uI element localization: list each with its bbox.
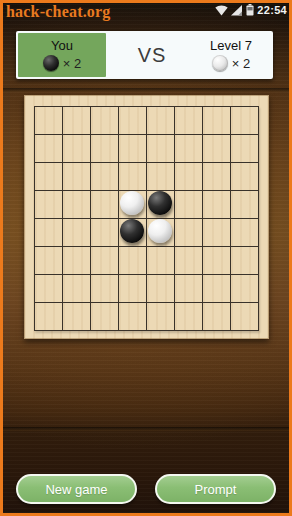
- score-panel: You × 2 VS Level 7 × 2: [16, 31, 273, 79]
- black-piece: [120, 219, 144, 243]
- board-cell-e6[interactable]: [147, 247, 174, 274]
- player-opponent-count: × 2: [232, 56, 250, 71]
- board-cell-e8[interactable]: [147, 303, 174, 330]
- player-opponent-panel: Level 7 × 2: [195, 33, 267, 77]
- vs-label: VS: [106, 31, 198, 79]
- board-cell-h2[interactable]: [231, 135, 258, 162]
- board-cell-b7[interactable]: [63, 275, 90, 302]
- board-cell-g2[interactable]: [203, 135, 230, 162]
- board-cell-e3[interactable]: [147, 163, 174, 190]
- wood-plank-seam: [0, 427, 292, 431]
- board-cell-d1[interactable]: [119, 107, 146, 134]
- white-disc-icon: [212, 55, 228, 71]
- signal-icon: [231, 5, 243, 16]
- battery-icon: [246, 4, 254, 16]
- board-cell-b2[interactable]: [63, 135, 90, 162]
- board-cell-c7[interactable]: [91, 275, 118, 302]
- board-cell-e2[interactable]: [147, 135, 174, 162]
- player-you-panel: You × 2: [18, 33, 106, 77]
- board-cell-g3[interactable]: [203, 163, 230, 190]
- board-cell-b1[interactable]: [63, 107, 90, 134]
- board-cell-h4[interactable]: [231, 191, 258, 218]
- board-cell-f2[interactable]: [175, 135, 202, 162]
- board-cell-h8[interactable]: [231, 303, 258, 330]
- board-cell-a5[interactable]: [35, 219, 62, 246]
- board-cell-c4[interactable]: [91, 191, 118, 218]
- board-cell-d3[interactable]: [119, 163, 146, 190]
- board-cell-f6[interactable]: [175, 247, 202, 274]
- board-cell-d4[interactable]: [119, 191, 146, 218]
- board-cell-d7[interactable]: [119, 275, 146, 302]
- black-disc-icon: [43, 55, 59, 71]
- board-cell-f8[interactable]: [175, 303, 202, 330]
- board-cell-g7[interactable]: [203, 275, 230, 302]
- player-you-label: You: [51, 39, 73, 53]
- board-cell-d5[interactable]: [119, 219, 146, 246]
- board-cell-a8[interactable]: [35, 303, 62, 330]
- board-cell-b5[interactable]: [63, 219, 90, 246]
- board-cell-a7[interactable]: [35, 275, 62, 302]
- othello-board: [24, 95, 269, 339]
- player-opponent-label: Level 7: [210, 39, 252, 53]
- app-screen: hack-cheat.org 22:54 You × 2 VS Level 7: [0, 0, 292, 516]
- board-cell-h3[interactable]: [231, 163, 258, 190]
- board-cell-f7[interactable]: [175, 275, 202, 302]
- board-cell-e4[interactable]: [147, 191, 174, 218]
- board-cell-b3[interactable]: [63, 163, 90, 190]
- board-cell-a3[interactable]: [35, 163, 62, 190]
- board-cell-f1[interactable]: [175, 107, 202, 134]
- board-cell-a6[interactable]: [35, 247, 62, 274]
- board-cell-b6[interactable]: [63, 247, 90, 274]
- white-piece: [148, 219, 172, 243]
- board-cell-b8[interactable]: [63, 303, 90, 330]
- board-cell-c6[interactable]: [91, 247, 118, 274]
- player-you-count: × 2: [63, 56, 81, 71]
- board-cell-e7[interactable]: [147, 275, 174, 302]
- wifi-icon: [215, 5, 228, 16]
- board-cell-a2[interactable]: [35, 135, 62, 162]
- wood-plank-seam: [0, 88, 292, 92]
- board-cell-c1[interactable]: [91, 107, 118, 134]
- board-cell-a1[interactable]: [35, 107, 62, 134]
- board-cell-g1[interactable]: [203, 107, 230, 134]
- board-cell-g5[interactable]: [203, 219, 230, 246]
- board-cell-b4[interactable]: [63, 191, 90, 218]
- white-piece: [120, 191, 144, 215]
- board-cell-f4[interactable]: [175, 191, 202, 218]
- board-cell-h5[interactable]: [231, 219, 258, 246]
- black-piece: [148, 191, 172, 215]
- board-cell-h6[interactable]: [231, 247, 258, 274]
- board-cell-g6[interactable]: [203, 247, 230, 274]
- board-cell-e5[interactable]: [147, 219, 174, 246]
- clock-time: 22:54: [257, 4, 287, 16]
- board-cell-c8[interactable]: [91, 303, 118, 330]
- board-cell-d8[interactable]: [119, 303, 146, 330]
- prompt-button[interactable]: Prompt: [155, 474, 276, 504]
- status-bar: hack-cheat.org 22:54: [0, 0, 292, 26]
- board-cell-f5[interactable]: [175, 219, 202, 246]
- new-game-button[interactable]: New game: [16, 474, 137, 504]
- board-cell-c5[interactable]: [91, 219, 118, 246]
- board-cell-d6[interactable]: [119, 247, 146, 274]
- board-cell-f3[interactable]: [175, 163, 202, 190]
- watermark-text: hack-cheat.org: [6, 3, 111, 21]
- board-cell-c2[interactable]: [91, 135, 118, 162]
- board-cell-h7[interactable]: [231, 275, 258, 302]
- board-grid: [34, 106, 259, 331]
- board-cell-c3[interactable]: [91, 163, 118, 190]
- board-cell-h1[interactable]: [231, 107, 258, 134]
- board-cell-a4[interactable]: [35, 191, 62, 218]
- board-cell-e1[interactable]: [147, 107, 174, 134]
- board-cell-d2[interactable]: [119, 135, 146, 162]
- board-cell-g8[interactable]: [203, 303, 230, 330]
- board-cell-g4[interactable]: [203, 191, 230, 218]
